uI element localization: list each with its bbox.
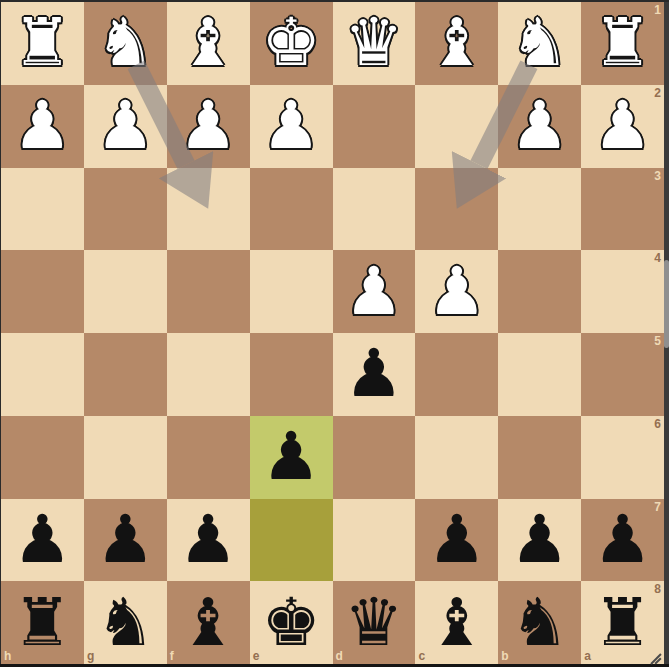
white-pawn[interactable]: ♟ xyxy=(84,85,167,168)
square-c4[interactable]: ♟ xyxy=(415,250,498,333)
square-d8[interactable]: ♛d xyxy=(333,581,416,664)
square-h5[interactable] xyxy=(1,333,84,416)
square-g4[interactable] xyxy=(84,250,167,333)
square-d6[interactable] xyxy=(333,416,416,499)
rank-label-3: 3 xyxy=(654,170,661,182)
square-e2[interactable]: ♟ xyxy=(250,85,333,168)
white-rook[interactable]: ♜ xyxy=(1,2,84,85)
square-d4[interactable]: ♟ xyxy=(333,250,416,333)
black-queen[interactable]: ♛ xyxy=(333,581,416,664)
file-label-h: h xyxy=(4,650,11,662)
square-h3[interactable] xyxy=(1,168,84,251)
square-b2[interactable]: ♟ xyxy=(498,85,581,168)
window-edge-left xyxy=(0,0,1,667)
square-a2[interactable]: ♟2 xyxy=(581,85,664,168)
square-b1[interactable]: ♞ xyxy=(498,2,581,85)
file-label-f: f xyxy=(170,650,174,662)
square-e4[interactable] xyxy=(250,250,333,333)
black-pawn[interactable]: ♟ xyxy=(498,499,581,582)
black-rook[interactable]: ♜ xyxy=(1,581,84,664)
square-c2[interactable] xyxy=(415,85,498,168)
square-c5[interactable] xyxy=(415,333,498,416)
chess-app-window: ♜♞♝♚♛♝♞♜1♟♟♟♟♟♟23♟♟4♟5♟6♟♟♟♟♟♟7♜h♞g♝f♚e♛… xyxy=(0,0,669,667)
white-pawn[interactable]: ♟ xyxy=(581,85,664,168)
square-a5[interactable]: 5 xyxy=(581,333,664,416)
square-h2[interactable]: ♟ xyxy=(1,85,84,168)
square-d3[interactable] xyxy=(333,168,416,251)
square-h7[interactable]: ♟ xyxy=(1,499,84,582)
black-bishop[interactable]: ♝ xyxy=(415,581,498,664)
square-c8[interactable]: ♝c xyxy=(415,581,498,664)
square-c6[interactable] xyxy=(415,416,498,499)
rank-label-1: 1 xyxy=(654,4,661,16)
square-a3[interactable]: 3 xyxy=(581,168,664,251)
square-c7[interactable]: ♟ xyxy=(415,499,498,582)
white-queen[interactable]: ♛ xyxy=(333,2,416,85)
square-b6[interactable] xyxy=(498,416,581,499)
square-h8[interactable]: ♜h xyxy=(1,581,84,664)
black-bishop[interactable]: ♝ xyxy=(167,581,250,664)
square-c1[interactable]: ♝ xyxy=(415,2,498,85)
square-f5[interactable] xyxy=(167,333,250,416)
black-pawn[interactable]: ♟ xyxy=(581,499,664,582)
square-f7[interactable]: ♟ xyxy=(167,499,250,582)
scrollbar-thumb[interactable] xyxy=(664,260,669,348)
file-label-g: g xyxy=(87,650,94,662)
square-d2[interactable] xyxy=(333,85,416,168)
square-e1[interactable]: ♚ xyxy=(250,2,333,85)
file-label-a: a xyxy=(584,650,591,662)
square-d1[interactable]: ♛ xyxy=(333,2,416,85)
white-rook[interactable]: ♜ xyxy=(581,2,664,85)
square-g7[interactable]: ♟ xyxy=(84,499,167,582)
square-h6[interactable] xyxy=(1,416,84,499)
square-g8[interactable]: ♞g xyxy=(84,581,167,664)
rank-label-8: 8 xyxy=(654,583,661,595)
square-e8[interactable]: ♚e xyxy=(250,581,333,664)
white-pawn[interactable]: ♟ xyxy=(250,85,333,168)
scrollbar-track[interactable] xyxy=(664,2,669,664)
white-king[interactable]: ♚ xyxy=(250,2,333,85)
white-pawn[interactable]: ♟ xyxy=(498,85,581,168)
square-h1[interactable]: ♜ xyxy=(1,2,84,85)
white-pawn[interactable]: ♟ xyxy=(1,85,84,168)
file-label-e: e xyxy=(253,650,260,662)
white-pawn[interactable]: ♟ xyxy=(167,85,250,168)
file-label-c: c xyxy=(418,650,425,662)
file-label-d: d xyxy=(336,650,343,662)
square-b5[interactable] xyxy=(498,333,581,416)
white-bishop[interactable]: ♝ xyxy=(167,2,250,85)
white-knight[interactable]: ♞ xyxy=(84,2,167,85)
square-c3[interactable] xyxy=(415,168,498,251)
white-bishop[interactable]: ♝ xyxy=(415,2,498,85)
white-pawn[interactable]: ♟ xyxy=(415,250,498,333)
square-f1[interactable]: ♝ xyxy=(167,2,250,85)
square-d5[interactable]: ♟ xyxy=(333,333,416,416)
square-g3[interactable] xyxy=(84,168,167,251)
square-g1[interactable]: ♞ xyxy=(84,2,167,85)
black-pawn[interactable]: ♟ xyxy=(167,499,250,582)
square-a7[interactable]: ♟7 xyxy=(581,499,664,582)
black-knight[interactable]: ♞ xyxy=(84,581,167,664)
black-knight[interactable]: ♞ xyxy=(498,581,581,664)
window-edge-top xyxy=(0,0,669,2)
square-e6[interactable]: ♟ xyxy=(250,416,333,499)
square-h4[interactable] xyxy=(1,250,84,333)
square-b3[interactable] xyxy=(498,168,581,251)
square-d7[interactable] xyxy=(333,499,416,582)
square-b4[interactable] xyxy=(498,250,581,333)
white-pawn[interactable]: ♟ xyxy=(333,250,416,333)
black-king[interactable]: ♚ xyxy=(250,581,333,664)
square-f4[interactable] xyxy=(167,250,250,333)
square-e3[interactable] xyxy=(250,168,333,251)
black-pawn[interactable]: ♟ xyxy=(415,499,498,582)
square-a1[interactable]: ♜1 xyxy=(581,2,664,85)
rank-label-2: 2 xyxy=(654,87,661,99)
square-f8[interactable]: ♝f xyxy=(167,581,250,664)
rank-label-7: 7 xyxy=(654,501,661,513)
square-b7[interactable]: ♟ xyxy=(498,499,581,582)
square-a4[interactable]: 4 xyxy=(581,250,664,333)
board-resize-grip[interactable] xyxy=(649,649,662,662)
rank-label-4: 4 xyxy=(654,252,661,264)
square-f3[interactable] xyxy=(167,168,250,251)
black-pawn[interactable]: ♟ xyxy=(250,416,333,499)
chess-board: ♜♞♝♚♛♝♞♜1♟♟♟♟♟♟23♟♟4♟5♟6♟♟♟♟♟♟7♜h♞g♝f♚e♛… xyxy=(1,2,664,664)
square-g5[interactable] xyxy=(84,333,167,416)
square-f2[interactable]: ♟ xyxy=(167,85,250,168)
rank-label-6: 6 xyxy=(654,418,661,430)
square-b8[interactable]: ♞b xyxy=(498,581,581,664)
square-f6[interactable] xyxy=(167,416,250,499)
square-e7[interactable] xyxy=(250,499,333,582)
black-pawn[interactable]: ♟ xyxy=(333,333,416,416)
black-pawn[interactable]: ♟ xyxy=(84,499,167,582)
square-a6[interactable]: 6 xyxy=(581,416,664,499)
file-label-b: b xyxy=(501,650,508,662)
white-knight[interactable]: ♞ xyxy=(498,2,581,85)
black-pawn[interactable]: ♟ xyxy=(1,499,84,582)
square-e5[interactable] xyxy=(250,333,333,416)
rank-label-5: 5 xyxy=(654,335,661,347)
square-g2[interactable]: ♟ xyxy=(84,85,167,168)
square-g6[interactable] xyxy=(84,416,167,499)
